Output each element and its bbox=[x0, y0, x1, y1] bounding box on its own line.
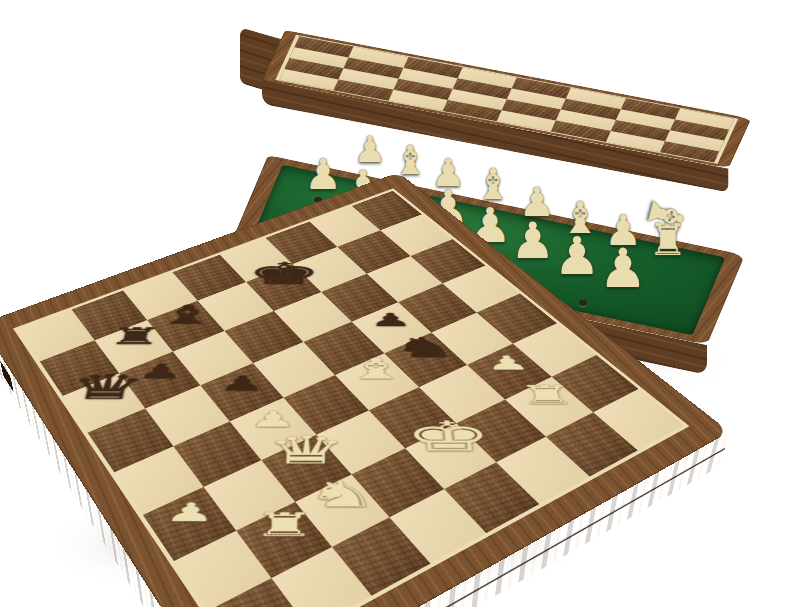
king-glyph: ♚ bbox=[246, 259, 322, 289]
rook-glyph: ♜ bbox=[106, 325, 164, 348]
pawn-glyph: ♟ bbox=[484, 353, 532, 372]
pawn-glyph: ♟ bbox=[369, 311, 412, 329]
board-perspective-scene: ♚♛♜♝♞♟♟♟♚♛♜♜♞♝♟♟♟ bbox=[0, 0, 800, 607]
chessboard: ♚♛♜♝♞♟♟♟♚♛♜♜♞♝♟♟♟ bbox=[0, 172, 730, 607]
hinge-notch bbox=[0, 360, 14, 393]
product-photo-travel-chess-set: ♟♝♟♝♟♝♟♜♟♟♟♟♟♟♟♟♝ ♚♛♜♝♞♟♟♟♚♛♜♜♞♝♟♟♟ bbox=[0, 0, 800, 607]
